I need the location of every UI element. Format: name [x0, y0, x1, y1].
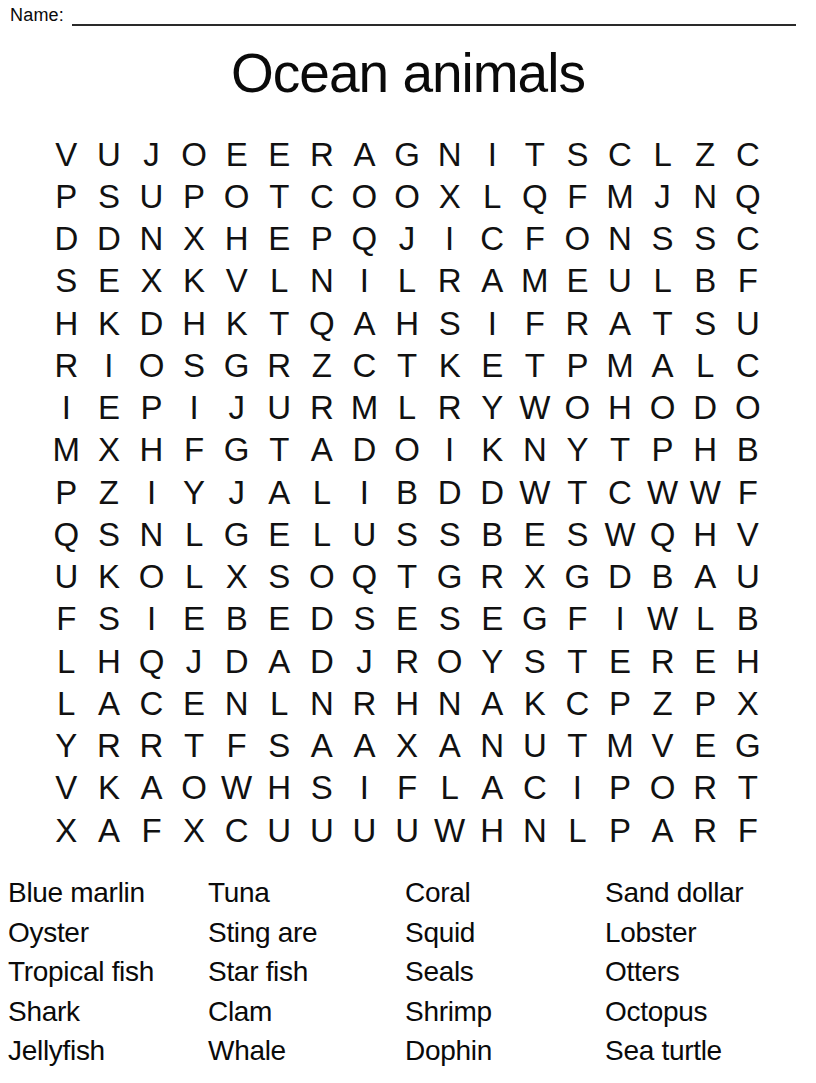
grid-cell-r6c10: K [428, 344, 471, 386]
grid-cell-r14c13: C [556, 682, 599, 724]
grid-cell-r17c1: X [45, 809, 88, 851]
grid-cell-r8c17: B [727, 429, 770, 471]
grid-cell-r2c2: S [88, 175, 131, 217]
grid-cell-r6c15: A [641, 344, 684, 386]
grid-cell-r15c5: F [215, 725, 258, 767]
grid-cell-r2c9: O [386, 175, 429, 217]
grid-cell-r6c12: T [514, 344, 557, 386]
grid-cell-r6c9: T [386, 344, 429, 386]
grid-cell-r10c7: L [301, 513, 344, 555]
word-item: Sand dollar [605, 873, 808, 913]
grid-cell-r4c9: L [386, 260, 429, 302]
grid-cell-r4c11: A [471, 260, 514, 302]
grid-cell-r4c12: M [514, 260, 557, 302]
grid-cell-r2c6: T [258, 175, 301, 217]
grid-cell-r13c12: S [514, 640, 557, 682]
grid-cell-r5c17: U [727, 302, 770, 344]
grid-cell-r9c12: W [514, 471, 557, 513]
grid-cell-r15c10: A [428, 725, 471, 767]
grid-cell-r10c3: N [130, 513, 173, 555]
grid-cell-r8c5: G [215, 429, 258, 471]
grid-cell-r12c2: S [88, 598, 131, 640]
grid-cell-r9c13: T [556, 471, 599, 513]
grid-cell-r1c6: E [258, 133, 301, 175]
grid-cell-r1c12: T [514, 133, 557, 175]
grid-cell-r16c6: H [258, 767, 301, 809]
grid-cell-r10c8: U [343, 513, 386, 555]
grid-cell-r6c16: L [684, 344, 727, 386]
grid-cell-r11c8: Q [343, 556, 386, 598]
grid-cell-r7c10: R [428, 387, 471, 429]
worksheet-page: Name: Ocean animals VUJOEERAGNITSCLZCPSU… [0, 0, 816, 1083]
grid-cell-r10c11: B [471, 513, 514, 555]
grid-cell-r4c4: K [173, 260, 216, 302]
grid-cell-r11c9: T [386, 556, 429, 598]
grid-cell-r13c3: Q [130, 640, 173, 682]
grid-cell-r15c14: M [599, 725, 642, 767]
grid-cell-r4c5: V [215, 260, 258, 302]
grid-cell-r16c12: C [514, 767, 557, 809]
grid-cell-r7c13: O [556, 387, 599, 429]
word-item: Star fish [208, 952, 405, 992]
grid-cell-r1c9: G [386, 133, 429, 175]
grid-cell-r12c8: S [343, 598, 386, 640]
grid-cell-r10c12: E [514, 513, 557, 555]
grid-cell-r2c17: Q [727, 175, 770, 217]
grid-cell-r11c16: A [684, 556, 727, 598]
grid-cell-r3c8: Q [343, 218, 386, 260]
grid-cell-r17c11: H [471, 809, 514, 851]
grid-cell-r9c10: D [428, 471, 471, 513]
grid-cell-r10c13: S [556, 513, 599, 555]
grid-cell-r9c9: B [386, 471, 429, 513]
grid-cell-r15c11: N [471, 725, 514, 767]
grid-cell-r13c16: E [684, 640, 727, 682]
grid-cell-r12c6: E [258, 598, 301, 640]
word-list-column-4: Sand dollarLobsterOttersOctopusSea turtl… [605, 873, 808, 1071]
word-search-grid: VUJOEERAGNITSCLZCPSUPOTCOOXLQFMJNQDDNXHE… [45, 133, 769, 851]
grid-cell-r15c1: Y [45, 725, 88, 767]
word-item: Oyster [8, 913, 208, 953]
grid-cell-r6c2: I [88, 344, 131, 386]
grid-cell-r5c13: R [556, 302, 599, 344]
grid-cell-r4c8: I [343, 260, 386, 302]
grid-cell-r12c5: B [215, 598, 258, 640]
grid-cell-r17c5: C [215, 809, 258, 851]
grid-cell-r17c14: P [599, 809, 642, 851]
grid-cell-r3c3: N [130, 218, 173, 260]
grid-cell-r11c10: G [428, 556, 471, 598]
grid-cell-r7c12: W [514, 387, 557, 429]
grid-cell-r12c3: I [130, 598, 173, 640]
grid-cell-r4c16: B [684, 260, 727, 302]
grid-cell-r11c2: K [88, 556, 131, 598]
grid-cell-r9c14: C [599, 471, 642, 513]
word-item: Tropical fish [8, 952, 208, 992]
grid-cell-r15c7: A [301, 725, 344, 767]
grid-cell-r12c1: F [45, 598, 88, 640]
name-label: Name: [10, 4, 64, 26]
grid-cell-r3c1: D [45, 218, 88, 260]
word-item: Dophin [405, 1031, 605, 1071]
grid-cell-r5c11: I [471, 302, 514, 344]
word-item: Octopus [605, 992, 808, 1032]
grid-cell-r5c1: H [45, 302, 88, 344]
word-list-column-1: Blue marlinOysterTropical fishSharkJelly… [8, 873, 208, 1071]
grid-cell-r13c5: D [215, 640, 258, 682]
word-item: Squid [405, 913, 605, 953]
word-list-column-3: CoralSquidSealsShrimpDophin [405, 873, 605, 1071]
grid-cell-r8c9: O [386, 429, 429, 471]
grid-cell-r2c11: L [471, 175, 514, 217]
grid-cell-r12c16: L [684, 598, 727, 640]
grid-cell-r7c16: D [684, 387, 727, 429]
grid-cell-r15c9: X [386, 725, 429, 767]
grid-cell-r14c16: P [684, 682, 727, 724]
grid-cell-r8c13: Y [556, 429, 599, 471]
grid-cell-r13c14: E [599, 640, 642, 682]
word-list: Blue marlinOysterTropical fishSharkJelly… [8, 873, 808, 1071]
grid-cell-r3c6: E [258, 218, 301, 260]
grid-cell-r10c15: Q [641, 513, 684, 555]
grid-cell-r17c3: F [130, 809, 173, 851]
grid-cell-r5c10: S [428, 302, 471, 344]
name-row: Name: [10, 4, 796, 26]
grid-cell-r5c8: A [343, 302, 386, 344]
grid-cell-r4c6: L [258, 260, 301, 302]
grid-cell-r2c4: P [173, 175, 216, 217]
grid-cell-r13c7: D [301, 640, 344, 682]
grid-cell-r10c1: Q [45, 513, 88, 555]
grid-cell-r15c16: E [684, 725, 727, 767]
grid-cell-r12c4: E [173, 598, 216, 640]
grid-cell-r3c13: O [556, 218, 599, 260]
grid-cell-r1c10: N [428, 133, 471, 175]
word-item: Otters [605, 952, 808, 992]
grid-cell-r7c15: O [641, 387, 684, 429]
grid-cell-r8c6: T [258, 429, 301, 471]
grid-cell-r3c12: F [514, 218, 557, 260]
grid-cell-r15c2: R [88, 725, 131, 767]
grid-cell-r7c14: H [599, 387, 642, 429]
grid-cell-r8c3: H [130, 429, 173, 471]
grid-cell-r9c16: W [684, 471, 727, 513]
grid-cell-r5c4: H [173, 302, 216, 344]
grid-cell-r11c5: X [215, 556, 258, 598]
grid-cell-r6c17: C [727, 344, 770, 386]
grid-cell-r4c17: F [727, 260, 770, 302]
grid-cell-r1c14: C [599, 133, 642, 175]
grid-cell-r15c15: V [641, 725, 684, 767]
grid-cell-r15c12: U [514, 725, 557, 767]
grid-cell-r9c1: P [45, 471, 88, 513]
grid-cell-r10c9: S [386, 513, 429, 555]
grid-cell-r1c7: R [301, 133, 344, 175]
grid-cell-r14c6: L [258, 682, 301, 724]
grid-cell-r13c4: J [173, 640, 216, 682]
grid-cell-r6c13: P [556, 344, 599, 386]
grid-cell-r13c13: T [556, 640, 599, 682]
grid-cell-r14c10: N [428, 682, 471, 724]
grid-cell-r7c8: M [343, 387, 386, 429]
word-list-column-2: TunaSting areStar fishClamWhale [208, 873, 405, 1071]
grid-cell-r14c12: K [514, 682, 557, 724]
grid-cell-r13c10: O [428, 640, 471, 682]
word-item: Whale [208, 1031, 405, 1071]
grid-cell-r16c14: P [599, 767, 642, 809]
grid-cell-r8c2: X [88, 429, 131, 471]
grid-cell-r14c5: N [215, 682, 258, 724]
grid-cell-r2c3: U [130, 175, 173, 217]
grid-cell-r14c9: H [386, 682, 429, 724]
grid-cell-r1c4: O [173, 133, 216, 175]
word-item: Shark [8, 992, 208, 1032]
grid-cell-r3c7: P [301, 218, 344, 260]
grid-cell-r16c17: T [727, 767, 770, 809]
grid-cell-r3c10: I [428, 218, 471, 260]
grid-cell-r12c10: S [428, 598, 471, 640]
grid-cell-r12c7: D [301, 598, 344, 640]
grid-cell-r5c6: T [258, 302, 301, 344]
grid-cell-r16c2: K [88, 767, 131, 809]
grid-cell-r10c2: S [88, 513, 131, 555]
grid-cell-r8c10: I [428, 429, 471, 471]
grid-cell-r1c2: U [88, 133, 131, 175]
grid-cell-r1c1: V [45, 133, 88, 175]
grid-cell-r13c6: A [258, 640, 301, 682]
word-item: Shrimp [405, 992, 605, 1032]
grid-cell-r8c15: P [641, 429, 684, 471]
word-item: Lobster [605, 913, 808, 953]
grid-cell-r9c5: J [215, 471, 258, 513]
grid-cell-r6c7: Z [301, 344, 344, 386]
grid-cell-r3c14: N [599, 218, 642, 260]
grid-cell-r12c13: F [556, 598, 599, 640]
grid-cell-r13c2: H [88, 640, 131, 682]
grid-cell-r4c14: U [599, 260, 642, 302]
grid-cell-r14c15: Z [641, 682, 684, 724]
grid-cell-r12c15: W [641, 598, 684, 640]
grid-cell-r6c3: O [130, 344, 173, 386]
grid-cell-r11c7: O [301, 556, 344, 598]
grid-cell-r1c8: A [343, 133, 386, 175]
grid-cell-r13c11: Y [471, 640, 514, 682]
grid-cell-r1c17: C [727, 133, 770, 175]
grid-cell-r9c3: I [130, 471, 173, 513]
grid-cell-r2c15: J [641, 175, 684, 217]
grid-cell-r16c16: R [684, 767, 727, 809]
grid-cell-r4c3: X [130, 260, 173, 302]
grid-cell-r16c10: L [428, 767, 471, 809]
grid-cell-r15c13: T [556, 725, 599, 767]
grid-cell-r2c10: X [428, 175, 471, 217]
name-blank-line [72, 6, 796, 26]
grid-cell-r4c7: N [301, 260, 344, 302]
grid-cell-r10c4: L [173, 513, 216, 555]
grid-cell-r8c1: M [45, 429, 88, 471]
grid-cell-r9c2: Z [88, 471, 131, 513]
grid-cell-r2c5: O [215, 175, 258, 217]
word-item: Coral [405, 873, 605, 913]
grid-cell-r9c8: I [343, 471, 386, 513]
grid-cell-r6c6: R [258, 344, 301, 386]
grid-cell-r12c9: E [386, 598, 429, 640]
grid-cell-r17c2: A [88, 809, 131, 851]
grid-cell-r4c1: S [45, 260, 88, 302]
grid-cell-r10c6: E [258, 513, 301, 555]
grid-cell-r3c4: X [173, 218, 216, 260]
grid-cell-r14c3: C [130, 682, 173, 724]
grid-cell-r10c14: W [599, 513, 642, 555]
word-item: Sea turtle [605, 1031, 808, 1071]
grid-cell-r13c1: L [45, 640, 88, 682]
grid-cell-r17c16: R [684, 809, 727, 851]
grid-cell-r5c2: K [88, 302, 131, 344]
grid-cell-r7c9: L [386, 387, 429, 429]
grid-cell-r5c14: A [599, 302, 642, 344]
grid-cell-r17c12: N [514, 809, 557, 851]
grid-cell-r1c5: E [215, 133, 258, 175]
grid-cell-r1c3: J [130, 133, 173, 175]
grid-cell-r16c1: V [45, 767, 88, 809]
grid-cell-r3c16: S [684, 218, 727, 260]
grid-cell-r4c10: R [428, 260, 471, 302]
grid-cell-r16c4: O [173, 767, 216, 809]
grid-cell-r9c17: F [727, 471, 770, 513]
grid-cell-r15c3: R [130, 725, 173, 767]
grid-cell-r5c3: D [130, 302, 173, 344]
grid-cell-r7c7: R [301, 387, 344, 429]
grid-cell-r7c3: P [130, 387, 173, 429]
grid-cell-r11c6: S [258, 556, 301, 598]
grid-cell-r7c1: I [45, 387, 88, 429]
grid-cell-r4c2: E [88, 260, 131, 302]
grid-cell-r16c3: A [130, 767, 173, 809]
grid-cell-r13c9: R [386, 640, 429, 682]
grid-cell-r15c4: T [173, 725, 216, 767]
grid-cell-r14c11: A [471, 682, 514, 724]
grid-cell-r14c2: A [88, 682, 131, 724]
grid-cell-r3c17: C [727, 218, 770, 260]
grid-cell-r1c16: Z [684, 133, 727, 175]
grid-cell-r7c2: E [88, 387, 131, 429]
grid-cell-r2c14: M [599, 175, 642, 217]
grid-cell-r17c6: U [258, 809, 301, 851]
grid-cell-r11c13: G [556, 556, 599, 598]
grid-cell-r7c4: I [173, 387, 216, 429]
grid-cell-r6c5: G [215, 344, 258, 386]
grid-cell-r3c5: H [215, 218, 258, 260]
grid-cell-r5c5: K [215, 302, 258, 344]
grid-cell-r9c4: Y [173, 471, 216, 513]
grid-cell-r9c7: L [301, 471, 344, 513]
grid-cell-r8c8: D [343, 429, 386, 471]
grid-cell-r3c2: D [88, 218, 131, 260]
grid-cell-r16c9: F [386, 767, 429, 809]
word-item: Tuna [208, 873, 405, 913]
grid-cell-r1c13: S [556, 133, 599, 175]
grid-cell-r16c15: O [641, 767, 684, 809]
grid-cell-r2c1: P [45, 175, 88, 217]
grid-cell-r5c9: H [386, 302, 429, 344]
grid-cell-r13c8: J [343, 640, 386, 682]
grid-cell-r4c15: L [641, 260, 684, 302]
grid-cell-r7c11: Y [471, 387, 514, 429]
grid-cell-r5c7: Q [301, 302, 344, 344]
grid-cell-r2c16: N [684, 175, 727, 217]
grid-cell-r6c1: R [45, 344, 88, 386]
grid-cell-r11c15: B [641, 556, 684, 598]
grid-cell-r7c17: O [727, 387, 770, 429]
grid-cell-r17c10: W [428, 809, 471, 851]
grid-cell-r17c8: U [343, 809, 386, 851]
word-item: Seals [405, 952, 605, 992]
grid-cell-r6c4: S [173, 344, 216, 386]
grid-cell-r14c4: E [173, 682, 216, 724]
grid-cell-r16c7: S [301, 767, 344, 809]
grid-cell-r2c8: O [343, 175, 386, 217]
grid-cell-r13c17: H [727, 640, 770, 682]
grid-cell-r17c9: U [386, 809, 429, 851]
grid-cell-r13c15: R [641, 640, 684, 682]
grid-cell-r10c17: V [727, 513, 770, 555]
grid-cell-r1c15: L [641, 133, 684, 175]
grid-cell-r6c8: C [343, 344, 386, 386]
grid-cell-r8c12: N [514, 429, 557, 471]
grid-cell-r12c11: E [471, 598, 514, 640]
grid-cell-r6c14: M [599, 344, 642, 386]
grid-cell-r7c6: U [258, 387, 301, 429]
grid-cell-r14c7: N [301, 682, 344, 724]
grid-cell-r2c12: Q [514, 175, 557, 217]
grid-cell-r8c14: T [599, 429, 642, 471]
grid-cell-r5c16: S [684, 302, 727, 344]
grid-cell-r2c13: F [556, 175, 599, 217]
grid-cell-r12c12: G [514, 598, 557, 640]
grid-cell-r8c7: A [301, 429, 344, 471]
grid-cell-r1c11: I [471, 133, 514, 175]
grid-cell-r15c17: G [727, 725, 770, 767]
grid-cell-r11c17: U [727, 556, 770, 598]
grid-cell-r15c6: S [258, 725, 301, 767]
grid-cell-r8c4: F [173, 429, 216, 471]
grid-cell-r12c17: B [727, 598, 770, 640]
grid-cell-r3c9: J [386, 218, 429, 260]
grid-cell-r7c5: J [215, 387, 258, 429]
grid-cell-r16c13: I [556, 767, 599, 809]
grid-cell-r11c12: X [514, 556, 557, 598]
grid-cell-r15c8: A [343, 725, 386, 767]
word-item: Jellyfish [8, 1031, 208, 1071]
puzzle-title: Ocean animals [0, 42, 816, 105]
grid-cell-r17c13: L [556, 809, 599, 851]
grid-cell-r9c6: A [258, 471, 301, 513]
grid-cell-r3c15: S [641, 218, 684, 260]
grid-cell-r11c11: R [471, 556, 514, 598]
grid-cell-r6c11: E [471, 344, 514, 386]
grid-cell-r11c3: O [130, 556, 173, 598]
grid-cell-r8c16: H [684, 429, 727, 471]
grid-cell-r3c11: C [471, 218, 514, 260]
grid-cell-r9c15: W [641, 471, 684, 513]
grid-cell-r17c7: U [301, 809, 344, 851]
grid-cell-r11c14: D [599, 556, 642, 598]
grid-cell-r14c8: R [343, 682, 386, 724]
grid-cell-r16c11: A [471, 767, 514, 809]
grid-cell-r8c11: K [471, 429, 514, 471]
grid-cell-r10c5: G [215, 513, 258, 555]
grid-cell-r10c16: H [684, 513, 727, 555]
